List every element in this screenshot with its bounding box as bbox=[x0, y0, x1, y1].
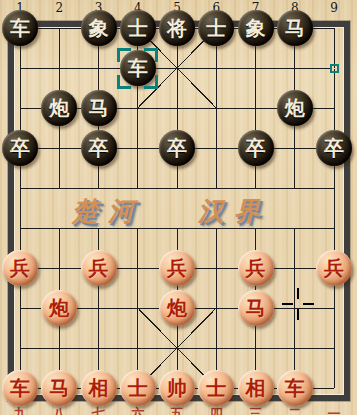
piece-red-chariot[interactable]: 车 bbox=[2, 370, 38, 406]
piece-red-advisor[interactable]: 士 bbox=[120, 370, 156, 406]
xiangqi-board[interactable]: 123456789 九八七六五四三二一 楚河 汉界 车象士将士象马车炮马炮卒卒卒… bbox=[0, 0, 357, 415]
piece-black-horse[interactable]: 马 bbox=[277, 10, 313, 46]
piece-grid: 车象士将士象马车炮马炮卒卒卒卒卒兵兵兵兵兵炮炮马车马相士帅士相车 bbox=[0, 8, 353, 408]
piece-red-cannon[interactable]: 炮 bbox=[41, 290, 77, 326]
piece-black-soldier[interactable]: 卒 bbox=[81, 130, 117, 166]
piece-black-cannon[interactable]: 炮 bbox=[277, 90, 313, 126]
piece-red-soldier[interactable]: 兵 bbox=[238, 250, 274, 286]
piece-black-soldier[interactable]: 卒 bbox=[2, 130, 38, 166]
piece-red-chariot[interactable]: 车 bbox=[277, 370, 313, 406]
move-origin-marker bbox=[330, 64, 339, 73]
piece-red-soldier[interactable]: 兵 bbox=[81, 250, 117, 286]
piece-red-general[interactable]: 帅 bbox=[159, 370, 195, 406]
piece-black-chariot[interactable]: 车 bbox=[120, 50, 156, 86]
piece-black-horse[interactable]: 马 bbox=[81, 90, 117, 126]
piece-red-soldier[interactable]: 兵 bbox=[2, 250, 38, 286]
piece-red-soldier[interactable]: 兵 bbox=[159, 250, 195, 286]
piece-black-cannon[interactable]: 炮 bbox=[41, 90, 77, 126]
piece-black-chariot[interactable]: 车 bbox=[2, 10, 38, 46]
piece-black-advisor[interactable]: 士 bbox=[198, 10, 234, 46]
piece-black-advisor[interactable]: 士 bbox=[120, 10, 156, 46]
piece-red-cannon[interactable]: 炮 bbox=[159, 290, 195, 326]
piece-black-elephant[interactable]: 象 bbox=[81, 10, 117, 46]
piece-red-elephant[interactable]: 相 bbox=[238, 370, 274, 406]
piece-red-soldier[interactable]: 兵 bbox=[316, 250, 352, 286]
piece-black-soldier[interactable]: 卒 bbox=[316, 130, 352, 166]
piece-black-general[interactable]: 将 bbox=[159, 10, 195, 46]
piece-black-soldier[interactable]: 卒 bbox=[159, 130, 195, 166]
piece-red-horse[interactable]: 马 bbox=[238, 290, 274, 326]
piece-black-soldier[interactable]: 卒 bbox=[238, 130, 274, 166]
piece-red-horse[interactable]: 马 bbox=[41, 370, 77, 406]
piece-red-elephant[interactable]: 相 bbox=[81, 370, 117, 406]
piece-red-advisor[interactable]: 士 bbox=[198, 370, 234, 406]
piece-black-elephant[interactable]: 象 bbox=[238, 10, 274, 46]
